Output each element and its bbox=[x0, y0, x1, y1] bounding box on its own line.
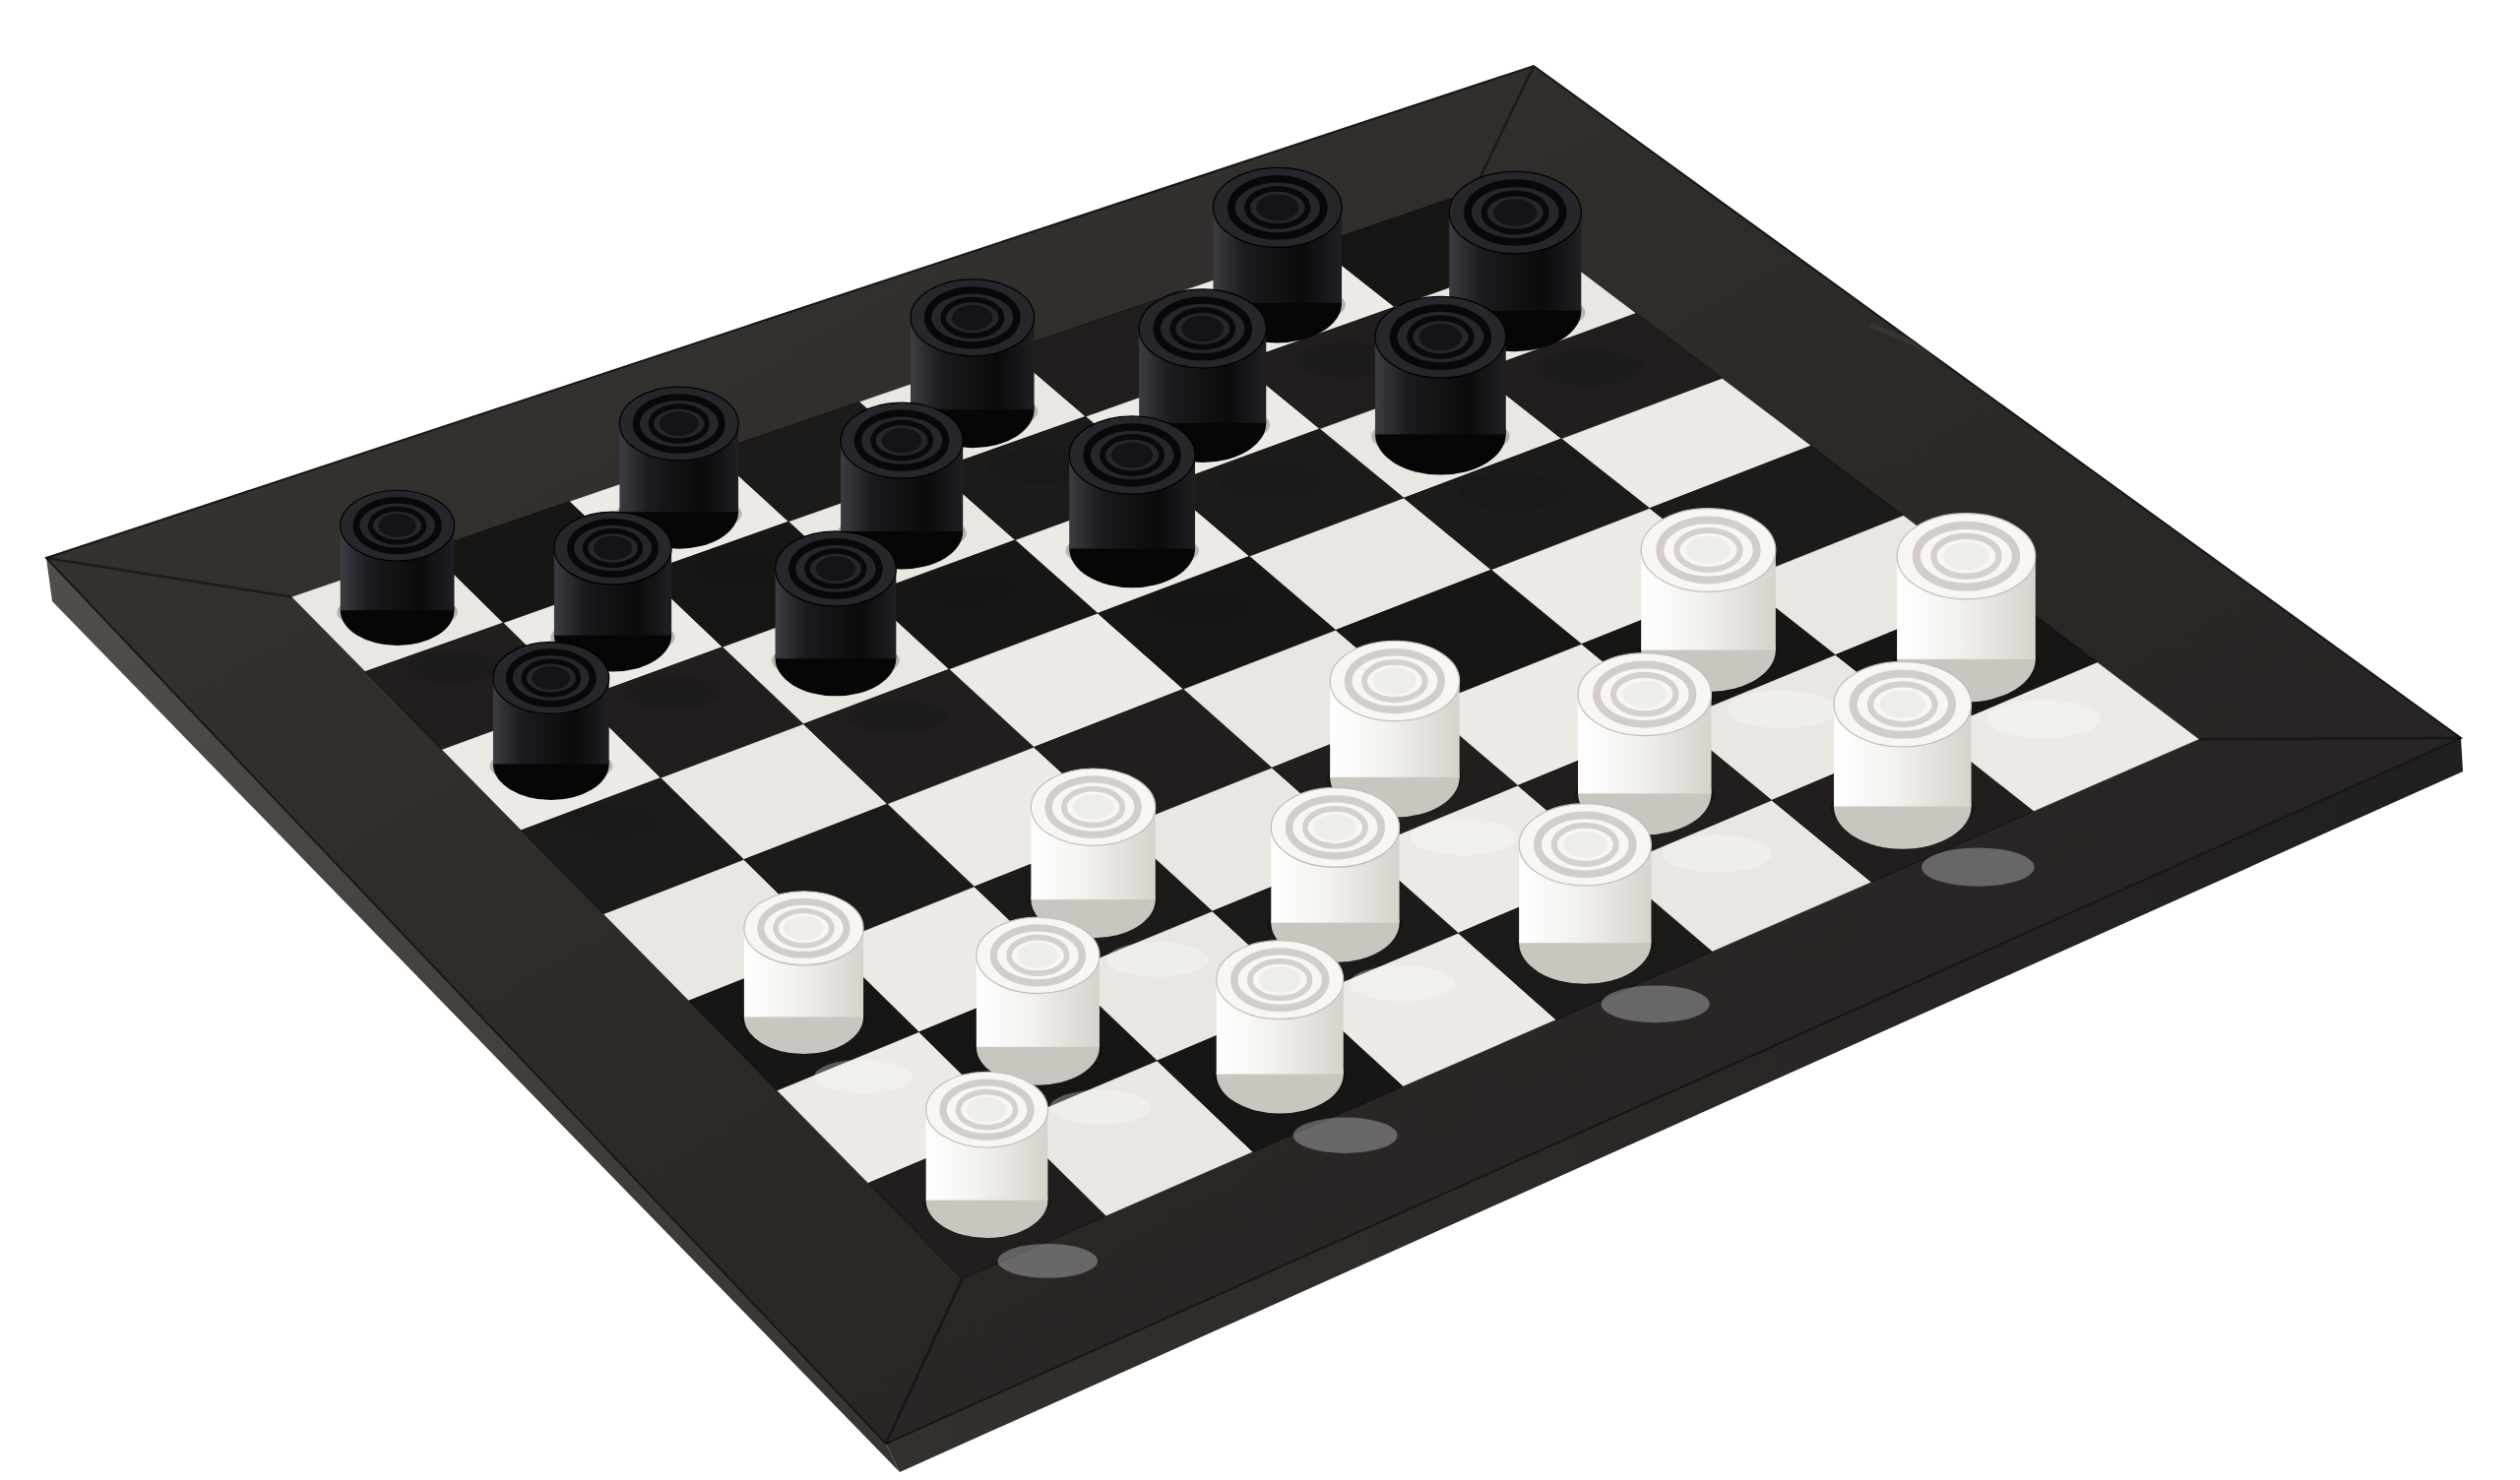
piece-reflection bbox=[849, 700, 948, 734]
piece-reflection bbox=[1459, 473, 1566, 510]
piece-reflection bbox=[1411, 819, 1517, 855]
piece-reflection bbox=[624, 676, 721, 709]
checker-center-disc bbox=[1018, 943, 1058, 968]
checker-center-disc bbox=[882, 428, 922, 453]
piece-reflection bbox=[1602, 985, 1710, 1022]
piece-reflection bbox=[1148, 589, 1251, 625]
piece-reflection bbox=[1535, 349, 1643, 387]
piece-reflection bbox=[1106, 942, 1209, 977]
checker-center-disc bbox=[1880, 690, 1925, 718]
piece-reflection bbox=[561, 806, 657, 838]
checker-center-disc bbox=[816, 556, 856, 581]
checker-center-disc bbox=[379, 514, 416, 537]
frame-marble-vein bbox=[246, 295, 512, 413]
checker-center-disc bbox=[1373, 668, 1416, 695]
checker-center-disc bbox=[1256, 195, 1298, 221]
piece-reflection bbox=[1986, 700, 2100, 739]
checker-center-disc bbox=[1314, 814, 1356, 840]
piece-reflection bbox=[1921, 848, 2035, 887]
checker-center-disc bbox=[1563, 832, 1606, 858]
checker-center-disc bbox=[967, 1097, 1007, 1122]
board-root bbox=[46, 66, 2463, 1472]
checker-center-disc bbox=[1686, 536, 1731, 564]
board-svg bbox=[0, 0, 2520, 1480]
checker-center-disc bbox=[1622, 681, 1667, 709]
piece-reflection bbox=[997, 1244, 1098, 1278]
checkers-photo-stage bbox=[0, 0, 2520, 1480]
checker-center-disc bbox=[1181, 316, 1224, 341]
checker-center-disc bbox=[594, 536, 632, 560]
checker-center-disc bbox=[532, 666, 570, 690]
checker-center-disc bbox=[1111, 442, 1153, 467]
checker-center-disc bbox=[1259, 966, 1301, 992]
piece-reflection bbox=[814, 1060, 912, 1093]
piece-reflection bbox=[1727, 691, 1837, 729]
checker-center-disc bbox=[952, 305, 992, 331]
piece-reflection bbox=[915, 572, 1016, 606]
checker-center-disc bbox=[1073, 794, 1114, 820]
piece-reflection bbox=[1350, 965, 1455, 1002]
checker-center-disc bbox=[1943, 542, 1988, 571]
piece-reflection bbox=[408, 651, 501, 684]
piece-reflection bbox=[1049, 1090, 1151, 1125]
checker-center-disc bbox=[784, 916, 823, 941]
checker-center-disc bbox=[1418, 324, 1462, 350]
piece-reflection bbox=[691, 552, 788, 586]
piece-reflection bbox=[1662, 835, 1771, 873]
piece-reflection bbox=[1220, 462, 1324, 498]
checker-center-disc bbox=[1493, 199, 1537, 225]
frame-mitre-seam bbox=[2199, 738, 2461, 739]
checker-center-disc bbox=[660, 411, 699, 436]
piece-reflection bbox=[1293, 1118, 1398, 1153]
